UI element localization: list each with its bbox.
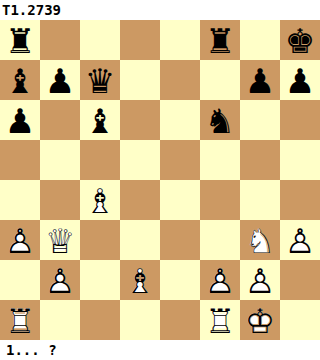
- square-f1[interactable]: ♜♖: [200, 300, 240, 340]
- square-a7[interactable]: ♝: [0, 60, 40, 100]
- black-king: ♚: [280, 20, 320, 60]
- square-h3[interactable]: ♟♙: [280, 220, 320, 260]
- white-rook-outline: ♖: [0, 301, 40, 341]
- black-pawn-glyph: ♟: [0, 101, 40, 141]
- white-pawn: ♟♙: [200, 260, 240, 300]
- square-h7[interactable]: ♟: [280, 60, 320, 100]
- black-knight-glyph: ♞: [200, 101, 240, 141]
- square-h2[interactable]: [280, 260, 320, 300]
- square-f6[interactable]: ♞: [200, 100, 240, 140]
- square-a2[interactable]: [0, 260, 40, 300]
- square-f4[interactable]: [200, 180, 240, 220]
- square-g4[interactable]: [240, 180, 280, 220]
- square-c1[interactable]: [80, 300, 120, 340]
- square-a5[interactable]: [0, 140, 40, 180]
- white-pawn-outline: ♙: [240, 261, 280, 301]
- square-e4[interactable]: [160, 180, 200, 220]
- black-pawn-glyph: ♟: [240, 61, 280, 101]
- square-b4[interactable]: [40, 180, 80, 220]
- square-c5[interactable]: [80, 140, 120, 180]
- puzzle-id: T1.2739: [0, 0, 61, 20]
- black-king-glyph: ♚: [280, 21, 320, 61]
- square-h8[interactable]: ♚: [280, 20, 320, 60]
- square-d1[interactable]: [120, 300, 160, 340]
- square-c2[interactable]: [80, 260, 120, 300]
- square-a3[interactable]: ♟♙: [0, 220, 40, 260]
- square-c7[interactable]: ♛: [80, 60, 120, 100]
- square-h6[interactable]: [280, 100, 320, 140]
- square-d8[interactable]: [120, 20, 160, 60]
- white-bishop: ♝♗: [80, 180, 120, 220]
- white-rook-outline: ♖: [200, 301, 240, 341]
- black-queen: ♛: [80, 60, 120, 100]
- square-e7[interactable]: [160, 60, 200, 100]
- black-rook-glyph: ♜: [0, 21, 40, 61]
- square-f2[interactable]: ♟♙: [200, 260, 240, 300]
- square-b6[interactable]: [40, 100, 80, 140]
- square-h1[interactable]: [280, 300, 320, 340]
- square-g5[interactable]: [240, 140, 280, 180]
- square-f5[interactable]: [200, 140, 240, 180]
- white-king: ♚♔: [240, 300, 280, 340]
- square-e1[interactable]: [160, 300, 200, 340]
- black-pawn: ♟: [0, 100, 40, 140]
- square-a4[interactable]: [0, 180, 40, 220]
- square-e6[interactable]: [160, 100, 200, 140]
- square-d7[interactable]: [120, 60, 160, 100]
- square-e5[interactable]: [160, 140, 200, 180]
- square-e8[interactable]: [160, 20, 200, 60]
- white-pawn: ♟♙: [240, 260, 280, 300]
- square-b1[interactable]: [40, 300, 80, 340]
- black-pawn: ♟: [40, 60, 80, 100]
- chess-puzzle-window: T1.2739 ♜♜♚♝♟♛♟♟♟♝♞♝♗♟♙♛♕♞♘♟♙♟♙♝♗♟♙♟♙♜♖♜…: [0, 0, 320, 360]
- black-pawn-glyph: ♟: [280, 61, 320, 101]
- white-pawn: ♟♙: [40, 260, 80, 300]
- black-bishop: ♝: [80, 100, 120, 140]
- status-bar: 1... ?: [0, 340, 320, 360]
- white-king-outline: ♔: [240, 301, 280, 341]
- black-pawn: ♟: [240, 60, 280, 100]
- white-queen: ♛♕: [40, 220, 80, 260]
- black-pawn: ♟: [280, 60, 320, 100]
- square-h4[interactable]: [280, 180, 320, 220]
- move-prompt: 1... ?: [0, 340, 57, 360]
- black-queen-glyph: ♛: [80, 61, 120, 101]
- square-f3[interactable]: [200, 220, 240, 260]
- square-b2[interactable]: ♟♙: [40, 260, 80, 300]
- square-c6[interactable]: ♝: [80, 100, 120, 140]
- square-g2[interactable]: ♟♙: [240, 260, 280, 300]
- square-c3[interactable]: [80, 220, 120, 260]
- white-knight-outline: ♘: [240, 221, 280, 261]
- white-pawn-outline: ♙: [0, 221, 40, 261]
- white-rook: ♜♖: [200, 300, 240, 340]
- square-d4[interactable]: [120, 180, 160, 220]
- black-bishop-glyph: ♝: [80, 101, 120, 141]
- square-d6[interactable]: [120, 100, 160, 140]
- white-bishop: ♝♗: [120, 260, 160, 300]
- square-b5[interactable]: [40, 140, 80, 180]
- square-g7[interactable]: ♟: [240, 60, 280, 100]
- square-g1[interactable]: ♚♔: [240, 300, 280, 340]
- square-a6[interactable]: ♟: [0, 100, 40, 140]
- white-pawn-outline: ♙: [40, 261, 80, 301]
- white-knight: ♞♘: [240, 220, 280, 260]
- white-pawn: ♟♙: [0, 220, 40, 260]
- square-b7[interactable]: ♟: [40, 60, 80, 100]
- black-rook-glyph: ♜: [200, 21, 240, 61]
- white-pawn-outline: ♙: [280, 221, 320, 261]
- square-f7[interactable]: [200, 60, 240, 100]
- black-rook: ♜: [0, 20, 40, 60]
- white-pawn-outline: ♙: [200, 261, 240, 301]
- square-d2[interactable]: ♝♗: [120, 260, 160, 300]
- title-bar: T1.2739: [0, 0, 320, 20]
- square-g8[interactable]: [240, 20, 280, 60]
- chess-board: ♜♜♚♝♟♛♟♟♟♝♞♝♗♟♙♛♕♞♘♟♙♟♙♝♗♟♙♟♙♜♖♜♖♚♔: [0, 20, 320, 340]
- white-queen-outline: ♕: [40, 221, 80, 261]
- square-a8[interactable]: ♜: [0, 20, 40, 60]
- black-knight: ♞: [200, 100, 240, 140]
- white-bishop-outline: ♗: [120, 261, 160, 301]
- square-a1[interactable]: ♜♖: [0, 300, 40, 340]
- square-e2[interactable]: [160, 260, 200, 300]
- white-bishop-outline: ♗: [80, 181, 120, 221]
- white-pawn: ♟♙: [280, 220, 320, 260]
- square-d3[interactable]: [120, 220, 160, 260]
- square-e3[interactable]: [160, 220, 200, 260]
- black-pawn-glyph: ♟: [40, 61, 80, 101]
- black-bishop-glyph: ♝: [0, 61, 40, 101]
- square-g3[interactable]: ♞♘: [240, 220, 280, 260]
- square-g6[interactable]: [240, 100, 280, 140]
- square-d5[interactable]: [120, 140, 160, 180]
- white-rook: ♜♖: [0, 300, 40, 340]
- square-b8[interactable]: [40, 20, 80, 60]
- square-f8[interactable]: ♜: [200, 20, 240, 60]
- square-c4[interactable]: ♝♗: [80, 180, 120, 220]
- black-rook: ♜: [200, 20, 240, 60]
- square-b3[interactable]: ♛♕: [40, 220, 80, 260]
- square-c8[interactable]: [80, 20, 120, 60]
- black-bishop: ♝: [0, 60, 40, 100]
- square-h5[interactable]: [280, 140, 320, 180]
